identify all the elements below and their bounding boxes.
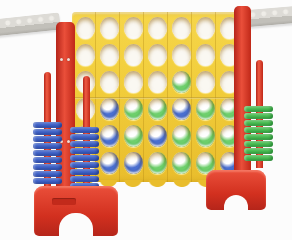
cell-r4c6 xyxy=(194,96,218,123)
green-disc xyxy=(148,98,167,120)
cell-r5c5 xyxy=(170,123,194,150)
empty-hole xyxy=(100,44,119,66)
cell-r1c1 xyxy=(74,15,98,42)
empty-hole xyxy=(124,71,143,93)
empty-hole xyxy=(196,71,215,93)
cell-r4c4 xyxy=(146,96,170,123)
screw-dot xyxy=(60,58,63,61)
blue-ring xyxy=(33,157,62,163)
cell-r2c2 xyxy=(98,42,122,69)
empty-hole xyxy=(148,17,167,39)
blue-ring xyxy=(70,148,99,154)
base-foot-left xyxy=(34,186,118,236)
blue-disc xyxy=(172,98,191,120)
blue-ring xyxy=(33,129,62,135)
cell-r2c4 xyxy=(146,42,170,69)
empty-hole xyxy=(100,17,119,39)
cell-r4c2 xyxy=(98,96,122,123)
blue-ring xyxy=(33,143,62,149)
empty-hole xyxy=(76,17,95,39)
empty-hole xyxy=(124,44,143,66)
blue-disc xyxy=(124,152,143,174)
green-ring xyxy=(244,120,273,126)
board-seam xyxy=(72,97,244,99)
disc-tray-right xyxy=(247,6,292,27)
cell-r1c2 xyxy=(98,15,122,42)
cell-r2c6 xyxy=(194,42,218,69)
blue-ring xyxy=(70,134,99,140)
cell-r3c2 xyxy=(98,69,122,96)
cell-r1c4 xyxy=(146,15,170,42)
cell-r3c5 xyxy=(170,69,194,96)
blue-ring xyxy=(33,150,62,156)
cell-r2c3 xyxy=(122,42,146,69)
blue-ring xyxy=(70,127,99,133)
cell-r2c5 xyxy=(170,42,194,69)
cell-r2c1 xyxy=(74,42,98,69)
green-ring xyxy=(244,113,273,119)
connect-four-game-set xyxy=(0,0,292,240)
screw-dot xyxy=(67,58,70,61)
ring-stack-left-inner xyxy=(70,127,99,189)
green-disc xyxy=(196,125,215,147)
green-ring xyxy=(244,148,273,154)
green-disc xyxy=(172,152,191,174)
green-ring xyxy=(244,127,273,133)
green-disc xyxy=(124,125,143,147)
ring-stack-right xyxy=(244,106,273,161)
cell-r3c4 xyxy=(146,69,170,96)
green-ring xyxy=(244,106,273,112)
blue-disc xyxy=(100,98,119,120)
ring-stack-left-outer xyxy=(33,122,62,184)
empty-hole xyxy=(172,44,191,66)
embossed-label xyxy=(52,198,76,205)
green-ring xyxy=(244,155,273,161)
blue-ring xyxy=(33,122,62,128)
cell-r5c2 xyxy=(98,123,122,150)
cell-r6c4 xyxy=(146,150,170,177)
cell-r6c2 xyxy=(98,150,122,177)
cell-r4c3 xyxy=(122,96,146,123)
cell-r6c3 xyxy=(122,150,146,177)
cell-r3c6 xyxy=(194,69,218,96)
green-disc xyxy=(196,98,215,120)
board-grid xyxy=(74,15,242,177)
foot-arch-cutout xyxy=(224,195,248,211)
blue-ring xyxy=(33,136,62,142)
cell-r1c5 xyxy=(170,15,194,42)
green-disc xyxy=(148,152,167,174)
cell-r4c5 xyxy=(170,96,194,123)
cell-r6c5 xyxy=(170,150,194,177)
blue-disc xyxy=(100,152,119,174)
foot-arch-cutout xyxy=(59,213,93,237)
blue-disc xyxy=(148,125,167,147)
empty-hole xyxy=(124,17,143,39)
cell-r1c3 xyxy=(122,15,146,42)
cell-r1c6 xyxy=(194,15,218,42)
blue-ring xyxy=(33,164,62,170)
blue-ring xyxy=(33,171,62,177)
blue-ring xyxy=(33,178,62,184)
empty-hole xyxy=(196,44,215,66)
green-ring xyxy=(244,134,273,140)
empty-hole xyxy=(172,17,191,39)
cell-r5c4 xyxy=(146,123,170,150)
cell-r5c6 xyxy=(194,123,218,150)
blue-ring xyxy=(70,162,99,168)
green-disc xyxy=(172,71,191,93)
base-foot-right xyxy=(206,170,266,210)
blue-ring xyxy=(70,169,99,175)
empty-hole xyxy=(196,17,215,39)
blue-ring xyxy=(70,176,99,182)
empty-hole xyxy=(148,44,167,66)
empty-hole xyxy=(76,44,95,66)
empty-hole xyxy=(100,71,119,93)
blue-ring xyxy=(70,155,99,161)
empty-hole xyxy=(148,71,167,93)
green-disc xyxy=(172,125,191,147)
green-disc xyxy=(124,98,143,120)
blue-ring xyxy=(70,141,99,147)
cell-r5c3 xyxy=(122,123,146,150)
blue-disc xyxy=(100,125,119,147)
cell-r3c3 xyxy=(122,69,146,96)
disc-tray-left xyxy=(0,12,61,36)
green-ring xyxy=(244,141,273,147)
